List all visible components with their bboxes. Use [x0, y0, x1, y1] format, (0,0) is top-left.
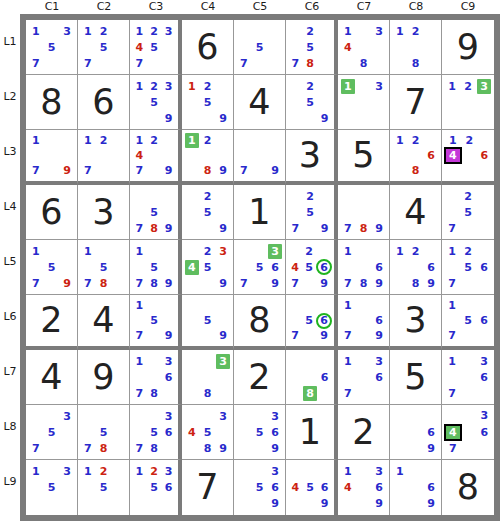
cell-L9C4[interactable]: 7	[182, 460, 234, 515]
candidate-7: 7	[136, 165, 144, 176]
solved-digit: 4	[404, 195, 426, 230]
candidate-3: 3	[375, 81, 383, 92]
candidate-4-red: 4	[291, 262, 299, 273]
candidate-3: 3	[481, 410, 489, 421]
cell-L4C8[interactable]: 4	[390, 185, 442, 240]
candidate-1: 1	[32, 466, 40, 477]
candidate-5: 5	[150, 97, 158, 108]
candidate-5: 5	[306, 42, 314, 53]
candidate-7: 7	[344, 223, 352, 234]
candidate-9: 9	[320, 330, 328, 341]
solved-digit: 4	[248, 85, 270, 120]
cell-L7C8[interactable]: 5	[390, 350, 442, 405]
candidate-4-green-box: 4	[444, 424, 462, 441]
cell-L2C9[interactable]: 123	[442, 75, 494, 130]
candidate-1: 1	[84, 466, 92, 477]
cell-L4C2[interactable]: 3	[78, 185, 130, 240]
candidate-5: 5	[150, 42, 158, 53]
cell-L4C3[interactable]: 5789	[130, 185, 182, 240]
candidate-9: 9	[219, 443, 227, 454]
cell-L5C7[interactable]: 16789	[338, 240, 390, 295]
cell-L5C9[interactable]: 12567	[442, 240, 494, 295]
candidate-7: 7	[240, 58, 248, 69]
candidate-2: 2	[306, 81, 314, 92]
candidate-7: 7	[136, 388, 144, 399]
candidate-5: 5	[305, 262, 313, 273]
candidate-5: 5	[306, 97, 314, 108]
candidate-7: 7	[291, 278, 299, 289]
candidate-2-red: 2	[100, 466, 108, 477]
candidate-2: 2	[204, 246, 212, 257]
candidate-3: 3	[63, 411, 71, 422]
candidate-7: 7	[240, 165, 248, 176]
cell-L2C4[interactable]: 1259	[182, 75, 234, 130]
row-label-L5: L5	[0, 234, 20, 289]
cell-L9C1[interactable]: 135	[26, 460, 78, 515]
candidate-1: 1	[448, 356, 456, 367]
cell-L8C8[interactable]: 69	[390, 405, 442, 460]
candidate-7: 7	[292, 223, 300, 234]
candidate-5: 5	[464, 262, 472, 273]
cell-L7C2[interactable]: 9	[78, 350, 130, 405]
cell-L2C2[interactable]: 6	[78, 75, 130, 130]
board-area: L1L2L3L4L5L6L7L8L9 135712571234576572578…	[0, 14, 500, 521]
candidate-6: 6	[480, 372, 488, 383]
candidate-9: 9	[321, 223, 329, 234]
candidate-3-red: 3	[219, 246, 227, 257]
cell-L3C6[interactable]: 3	[286, 130, 338, 185]
candidate-4-red: 4	[292, 482, 300, 493]
cell-L8C7[interactable]: 2	[338, 405, 390, 460]
candidate-7: 7	[32, 165, 40, 176]
candidate-1: 1	[396, 135, 404, 146]
candidate-4-purple-box: 4	[444, 147, 462, 164]
solved-digit: 4	[40, 360, 62, 395]
candidate-2: 2	[412, 246, 420, 257]
cell-L2C7[interactable]: 13	[338, 75, 390, 130]
candidate-5: 5	[204, 97, 212, 108]
cell-L7C1[interactable]: 4	[26, 350, 78, 405]
candidate-9: 9	[219, 165, 227, 176]
candidate-9: 9	[375, 498, 383, 509]
candidate-2: 2	[412, 26, 420, 37]
candidate-7: 7	[136, 278, 144, 289]
candidate-4-red: 4	[344, 482, 352, 493]
candidate-5: 5	[100, 427, 108, 438]
candidate-7: 7	[84, 165, 92, 176]
candidate-1: 1	[84, 135, 92, 146]
candidate-3: 3	[271, 411, 279, 422]
candidate-6: 6	[427, 482, 435, 493]
candidate-1: 1	[344, 300, 352, 311]
cell-L1C2[interactable]: 1257	[78, 20, 130, 75]
row-label-L8: L8	[0, 399, 20, 454]
candidate-7: 7	[84, 278, 92, 289]
candidate-1: 1	[396, 246, 404, 257]
row-label-L2: L2	[0, 69, 20, 124]
candidate-9: 9	[321, 113, 329, 124]
cell-L7C7[interactable]: 1367	[338, 350, 390, 405]
cell-L1C7[interactable]: 1348	[338, 20, 390, 75]
candidate-8: 8	[412, 58, 420, 69]
candidate-9: 9	[219, 278, 227, 289]
cell-L9C6[interactable]: 4569	[286, 460, 338, 515]
candidate-3: 3	[271, 466, 279, 477]
candidate-3: 3	[165, 356, 173, 367]
candidate-8: 8	[204, 388, 212, 399]
candidate-9: 9	[271, 165, 279, 176]
candidate-6: 6	[271, 262, 279, 273]
cell-L7C6[interactable]: 68	[286, 350, 338, 405]
candidate-1: 1	[344, 26, 352, 37]
candidate-9: 9	[320, 278, 328, 289]
candidate-1: 1	[448, 246, 456, 257]
candidate-2: 2	[464, 191, 472, 202]
cell-L3C7[interactable]: 5	[338, 130, 390, 185]
candidate-5: 5	[48, 262, 56, 273]
col-label-C7: C7	[338, 0, 390, 14]
candidate-5: 5	[204, 262, 212, 273]
cell-L3C2[interactable]: 127	[78, 130, 130, 185]
candidate-5: 5	[150, 427, 158, 438]
cell-L2C3[interactable]: 12359	[130, 75, 182, 130]
candidate-2: 2	[306, 191, 314, 202]
candidate-6: 6	[481, 427, 489, 438]
candidate-1: 1	[136, 81, 144, 92]
cell-L3C4[interactable]: 1289	[182, 130, 234, 185]
candidate-4-red: 4	[136, 150, 144, 161]
candidate-2: 2	[100, 26, 108, 37]
cell-L6C5[interactable]: 8	[234, 295, 286, 350]
candidate-1-green: 1	[185, 133, 199, 148]
candidate-7: 7	[136, 58, 144, 69]
cell-L6C1[interactable]: 2	[26, 295, 78, 350]
cell-L3C3[interactable]: 12479	[130, 130, 182, 185]
candidate-4-red: 4	[136, 42, 144, 53]
solved-digit: 8	[457, 470, 479, 505]
candidate-6: 6	[321, 482, 329, 493]
candidate-8: 8	[360, 58, 368, 69]
candidate-7: 7	[292, 58, 300, 69]
candidate-5: 5	[256, 262, 264, 273]
candidate-2: 2	[464, 246, 472, 257]
candidate-5: 5	[48, 482, 56, 493]
cell-L2C1[interactable]: 8	[26, 75, 78, 130]
candidate-1: 1	[84, 246, 92, 257]
candidate-9-red: 9	[63, 278, 71, 289]
cell-L9C2[interactable]: 125	[78, 460, 130, 515]
cell-L8C4[interactable]: 34589	[182, 405, 234, 460]
candidate-9: 9	[271, 443, 279, 454]
candidate-6: 6	[321, 372, 329, 383]
candidate-5: 5	[256, 42, 264, 53]
cell-L4C6[interactable]: 2579	[286, 185, 338, 240]
cell-L5C8[interactable]: 12689	[390, 240, 442, 295]
cell-L7C4[interactable]: 38	[182, 350, 234, 405]
candidate-2: 2	[465, 135, 473, 146]
cell-L6C8[interactable]: 3	[390, 295, 442, 350]
candidate-7: 7	[84, 58, 92, 69]
candidate-1: 1	[32, 246, 40, 257]
candidate-9: 9	[219, 330, 227, 341]
candidate-7: 7	[448, 278, 456, 289]
candidate-2: 2	[306, 26, 314, 37]
candidate-1-green: 1	[341, 79, 355, 94]
candidate-7: 7	[136, 330, 144, 341]
row-label-L6: L6	[0, 289, 20, 344]
cell-L9C5[interactable]: 3569	[234, 460, 286, 515]
cell-L1C8[interactable]: 128	[390, 20, 442, 75]
cell-L2C8[interactable]: 7	[390, 75, 442, 130]
row-label-L7: L7	[0, 344, 20, 399]
candidate-6-red: 6	[481, 150, 489, 161]
row-label-L9: L9	[0, 454, 20, 509]
cell-L8C1[interactable]: 357	[26, 405, 78, 460]
candidate-8: 8	[204, 443, 212, 454]
solved-digit: 1	[248, 195, 270, 230]
candidate-5: 5	[204, 427, 212, 438]
candidate-6: 6	[375, 315, 383, 326]
candidate-5: 5	[204, 315, 212, 326]
candidate-8: 8	[150, 388, 158, 399]
candidate-3: 3	[165, 466, 173, 477]
candidate-1: 1	[32, 26, 40, 37]
cell-L4C4[interactable]: 259	[182, 185, 234, 240]
candidate-8-red: 8	[150, 223, 158, 234]
candidate-9: 9	[165, 165, 173, 176]
candidate-6: 6	[375, 372, 383, 383]
candidate-3: 3	[375, 356, 383, 367]
candidate-8-red: 8	[100, 443, 108, 454]
cell-L1C9[interactable]: 9	[442, 20, 494, 75]
candidate-2: 2	[464, 81, 472, 92]
candidate-2: 2	[204, 81, 212, 92]
candidate-5: 5	[48, 42, 56, 53]
candidate-9: 9	[165, 223, 173, 234]
candidate-8-red: 8	[360, 223, 368, 234]
col-label-C1: C1	[26, 0, 78, 14]
candidate-3: 3	[165, 81, 173, 92]
candidate-3: 3	[165, 26, 173, 37]
candidate-9: 9	[271, 278, 279, 289]
cell-L7C3[interactable]: 13678	[130, 350, 182, 405]
cell-L8C2[interactable]: 578	[78, 405, 130, 460]
candidate-9: 9	[165, 278, 173, 289]
candidate-9: 9	[375, 330, 383, 341]
candidate-8-green: 8	[303, 386, 317, 401]
candidate-5: 5	[306, 207, 314, 218]
candidate-5: 5	[150, 262, 158, 273]
solved-digit: 2	[352, 415, 374, 450]
cell-L5C5[interactable]: 35679	[234, 240, 286, 295]
candidate-2: 2	[150, 81, 158, 92]
column-labels: C1C2C3C4C5C6C7C8C9	[26, 0, 500, 14]
candidate-1: 1	[84, 26, 92, 37]
cell-L2C5[interactable]: 4	[234, 75, 286, 130]
candidate-5: 5	[256, 427, 264, 438]
candidate-2: 2	[305, 246, 313, 257]
candidate-5: 5	[150, 207, 158, 218]
cell-L1C6[interactable]: 2578	[286, 20, 338, 75]
cell-L6C3[interactable]: 1579	[130, 295, 182, 350]
cell-L5C2[interactable]: 1578	[78, 240, 130, 295]
candidate-5: 5	[204, 207, 212, 218]
candidate-7: 7	[448, 388, 456, 399]
candidate-7: 7	[240, 278, 248, 289]
cell-L9C9[interactable]: 8	[442, 460, 494, 515]
col-label-C5: C5	[234, 0, 286, 14]
candidate-5: 5	[256, 482, 264, 493]
solved-digit: 2	[248, 360, 270, 395]
cell-L6C6[interactable]: 5679	[286, 295, 338, 350]
candidate-2: 2	[412, 135, 420, 146]
candidate-5: 5	[150, 315, 158, 326]
candidate-6: 6	[375, 262, 383, 273]
sudoku-app: C1C2C3C4C5C6C7C8C9 L1L2L3L4L5L6L7L8L9 13…	[0, 0, 500, 522]
cell-L3C5[interactable]: 79	[234, 130, 286, 185]
solved-digit: 9	[92, 360, 114, 395]
cell-L5C3[interactable]: 15789	[130, 240, 182, 295]
solved-digit: 6	[40, 195, 62, 230]
candidate-4-red: 4	[188, 427, 196, 438]
candidate-9: 9	[427, 498, 435, 509]
cell-L1C5[interactable]: 57	[234, 20, 286, 75]
candidate-1: 1	[396, 466, 404, 477]
candidate-4-red: 4	[344, 42, 352, 53]
solved-digit: 6	[196, 30, 218, 65]
candidate-5: 5	[464, 207, 472, 218]
cell-L1C3[interactable]: 123457	[130, 20, 182, 75]
candidate-7: 7	[291, 330, 299, 341]
candidate-5: 5	[306, 482, 314, 493]
candidate-6: 6	[375, 482, 383, 493]
cell-L5C6[interactable]: 245679	[286, 240, 338, 295]
candidate-1: 1	[136, 466, 144, 477]
candidate-6: 6	[480, 315, 488, 326]
candidate-7: 7	[344, 278, 352, 289]
col-label-C6: C6	[286, 0, 338, 14]
candidate-5: 5	[100, 482, 108, 493]
col-label-C4: C4	[182, 0, 234, 14]
cell-L2C6[interactable]: 259	[286, 75, 338, 130]
solved-digit: 1	[299, 415, 321, 450]
candidate-1: 1	[344, 356, 352, 367]
candidate-3-green: 3	[477, 79, 491, 94]
cell-L7C5[interactable]: 2	[234, 350, 286, 405]
candidate-1: 1	[396, 26, 404, 37]
row-label-L4: L4	[0, 179, 20, 234]
candidate-1: 1	[136, 300, 144, 311]
cell-L8C6[interactable]: 1	[286, 405, 338, 460]
candidate-3-green: 3	[268, 244, 282, 259]
candidate-8-red: 8	[306, 58, 314, 69]
cell-L3C8[interactable]: 1268	[390, 130, 442, 185]
candidate-6: 6	[427, 427, 435, 438]
candidate-5: 5	[305, 315, 313, 326]
cell-L9C3[interactable]: 12356	[130, 460, 182, 515]
solved-digit: 4	[92, 303, 114, 338]
candidate-5: 5	[464, 315, 472, 326]
candidate-8-red: 8	[412, 165, 420, 176]
candidate-2: 2	[150, 26, 158, 37]
candidate-3: 3	[375, 466, 383, 477]
solved-digit: 3	[404, 303, 426, 338]
candidate-5: 5	[100, 262, 108, 273]
candidate-9: 9	[375, 278, 383, 289]
cell-L1C4[interactable]: 6	[182, 20, 234, 75]
candidate-8: 8	[360, 278, 368, 289]
candidate-3: 3	[63, 466, 71, 477]
candidate-1: 1	[136, 135, 144, 146]
candidate-4-green: 4	[185, 260, 199, 275]
candidate-9-red: 9	[63, 165, 71, 176]
cell-L3C1[interactable]: 179	[26, 130, 78, 185]
cell-L9C7[interactable]: 13469	[338, 460, 390, 515]
cell-L4C7[interactable]: 789	[338, 185, 390, 240]
cell-L6C9[interactable]: 1567	[442, 295, 494, 350]
solved-digit: 7	[404, 85, 426, 120]
candidate-3: 3	[219, 411, 227, 422]
candidate-9: 9	[219, 223, 227, 234]
cell-L7C9[interactable]: 1367	[442, 350, 494, 405]
candidate-1: 1	[136, 356, 144, 367]
candidate-8: 8	[150, 443, 158, 454]
candidate-8: 8	[412, 278, 420, 289]
candidate-7: 7	[136, 223, 144, 234]
candidate-8: 8	[150, 278, 158, 289]
cell-L4C5[interactable]: 1	[234, 185, 286, 240]
candidate-2: 2	[204, 135, 212, 146]
candidate-8-red: 8	[204, 165, 212, 176]
candidate-7: 7	[136, 443, 144, 454]
cell-L1C1[interactable]: 1357	[26, 20, 78, 75]
cell-L5C4[interactable]: 23459	[182, 240, 234, 295]
candidate-3-green: 3	[216, 354, 230, 369]
candidate-2: 2	[100, 135, 108, 146]
cell-L4C9[interactable]: 257	[442, 185, 494, 240]
candidate-9: 9	[165, 113, 173, 124]
candidate-1: 1	[136, 246, 144, 257]
cell-L6C2[interactable]: 4	[78, 295, 130, 350]
candidate-7: 7	[32, 443, 40, 454]
candidate-2-red: 2	[150, 466, 158, 477]
cell-L5C1[interactable]: 1579	[26, 240, 78, 295]
candidate-6: 6	[165, 427, 173, 438]
cell-L8C9[interactable]: 3467	[442, 405, 494, 460]
solved-digit: 5	[404, 360, 426, 395]
col-label-C8: C8	[390, 0, 442, 14]
cell-L6C7[interactable]: 1679	[338, 295, 390, 350]
candidate-9: 9	[271, 498, 279, 509]
candidate-6: 6	[165, 372, 173, 383]
candidate-7: 7	[449, 443, 457, 454]
cell-L6C4[interactable]: 59	[182, 295, 234, 350]
candidate-1: 1	[448, 300, 456, 311]
candidate-5: 5	[100, 42, 108, 53]
candidate-7: 7	[344, 388, 352, 399]
candidate-6: 6	[480, 262, 488, 273]
cell-L8C5[interactable]: 3569	[234, 405, 286, 460]
cell-L9C8[interactable]: 169	[390, 460, 442, 515]
cell-L4C1[interactable]: 6	[26, 185, 78, 240]
cell-L3C9[interactable]: 1246	[442, 130, 494, 185]
solved-digit: 7	[196, 470, 218, 505]
candidate-1: 1	[344, 246, 352, 257]
cell-L8C3[interactable]: 35678	[130, 405, 182, 460]
candidate-9: 9	[219, 113, 227, 124]
candidate-7: 7	[344, 330, 352, 341]
candidate-3: 3	[165, 411, 173, 422]
